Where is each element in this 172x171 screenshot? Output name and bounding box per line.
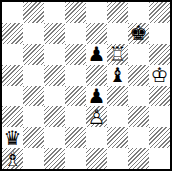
square-g7[interactable]: ♚ (128, 23, 149, 44)
square-b3[interactable] (23, 106, 44, 127)
square-a6[interactable] (2, 44, 23, 65)
square-d1[interactable] (65, 148, 86, 169)
piece-white-king-h5[interactable]: ♔ (149, 65, 170, 86)
piece-white-rook-f6[interactable]: ♖ (107, 44, 128, 65)
square-h7[interactable] (149, 23, 170, 44)
piece-black-pawn-e4[interactable]: ♟ (86, 86, 107, 107)
square-d7[interactable] (65, 23, 86, 44)
square-b2[interactable] (23, 127, 44, 148)
square-f8[interactable] (107, 2, 128, 23)
piece-black-pawn-e6[interactable]: ♟ (86, 44, 107, 65)
square-h4[interactable] (149, 86, 170, 107)
square-c2[interactable] (44, 127, 65, 148)
square-b5[interactable] (23, 65, 44, 86)
square-e3[interactable]: ♟♙ (86, 106, 107, 127)
square-c1[interactable] (44, 148, 65, 169)
square-f4[interactable] (107, 86, 128, 107)
square-f6[interactable]: ♜♖ (107, 44, 128, 65)
piece-black-bishop-f5[interactable]: ♝ (107, 65, 128, 86)
square-h1[interactable] (149, 148, 170, 169)
square-c3[interactable] (44, 106, 65, 127)
square-c6[interactable] (44, 44, 65, 65)
square-c4[interactable] (44, 86, 65, 107)
square-a8[interactable] (2, 2, 23, 23)
square-h6[interactable] (149, 44, 170, 65)
square-b8[interactable] (23, 2, 44, 23)
square-d2[interactable] (65, 127, 86, 148)
square-a5[interactable] (2, 65, 23, 86)
square-e2[interactable] (86, 127, 107, 148)
square-b6[interactable] (23, 44, 44, 65)
square-a7[interactable] (2, 23, 23, 44)
square-g2[interactable] (128, 127, 149, 148)
square-f5[interactable]: ♝ (107, 65, 128, 86)
piece-black-king-g7[interactable]: ♚ (128, 23, 149, 44)
square-e1[interactable] (86, 148, 107, 169)
square-e4[interactable]: ♟ (86, 86, 107, 107)
square-g5[interactable] (128, 65, 149, 86)
square-d4[interactable] (65, 86, 86, 107)
square-b7[interactable] (23, 23, 44, 44)
square-a4[interactable] (2, 86, 23, 107)
square-f2[interactable] (107, 127, 128, 148)
square-b4[interactable] (23, 86, 44, 107)
square-b1[interactable] (23, 148, 44, 169)
square-h5[interactable]: ♚♔ (149, 65, 170, 86)
square-a3[interactable] (2, 106, 23, 127)
square-d8[interactable] (65, 2, 86, 23)
square-h2[interactable] (149, 127, 170, 148)
square-d6[interactable] (65, 44, 86, 65)
square-g6[interactable] (128, 44, 149, 65)
square-a1[interactable]: ♝♗ (2, 148, 23, 169)
square-c7[interactable] (44, 23, 65, 44)
square-g3[interactable] (128, 106, 149, 127)
square-h8[interactable] (149, 2, 170, 23)
square-g4[interactable] (128, 86, 149, 107)
chess-board: ♚♟♜♖♝♚♔♟♟♙♛♝♗ (2, 2, 170, 169)
square-a2[interactable]: ♛ (2, 127, 23, 148)
square-f7[interactable] (107, 23, 128, 44)
piece-white-pawn-e3[interactable]: ♙ (86, 106, 107, 127)
square-c5[interactable] (44, 65, 65, 86)
square-e6[interactable]: ♟ (86, 44, 107, 65)
chess-diagram: ♚♟♜♖♝♚♔♟♟♙♛♝♗ (0, 0, 172, 171)
square-h3[interactable] (149, 106, 170, 127)
square-e8[interactable] (86, 2, 107, 23)
piece-white-bishop-a1[interactable]: ♗ (2, 148, 23, 169)
square-d3[interactable] (65, 106, 86, 127)
piece-black-queen-a2[interactable]: ♛ (2, 127, 23, 148)
square-f1[interactable] (107, 148, 128, 169)
square-f3[interactable] (107, 106, 128, 127)
square-g1[interactable] (128, 148, 149, 169)
square-e7[interactable] (86, 23, 107, 44)
square-c8[interactable] (44, 2, 65, 23)
square-g8[interactable] (128, 2, 149, 23)
square-d5[interactable] (65, 65, 86, 86)
square-e5[interactable] (86, 65, 107, 86)
